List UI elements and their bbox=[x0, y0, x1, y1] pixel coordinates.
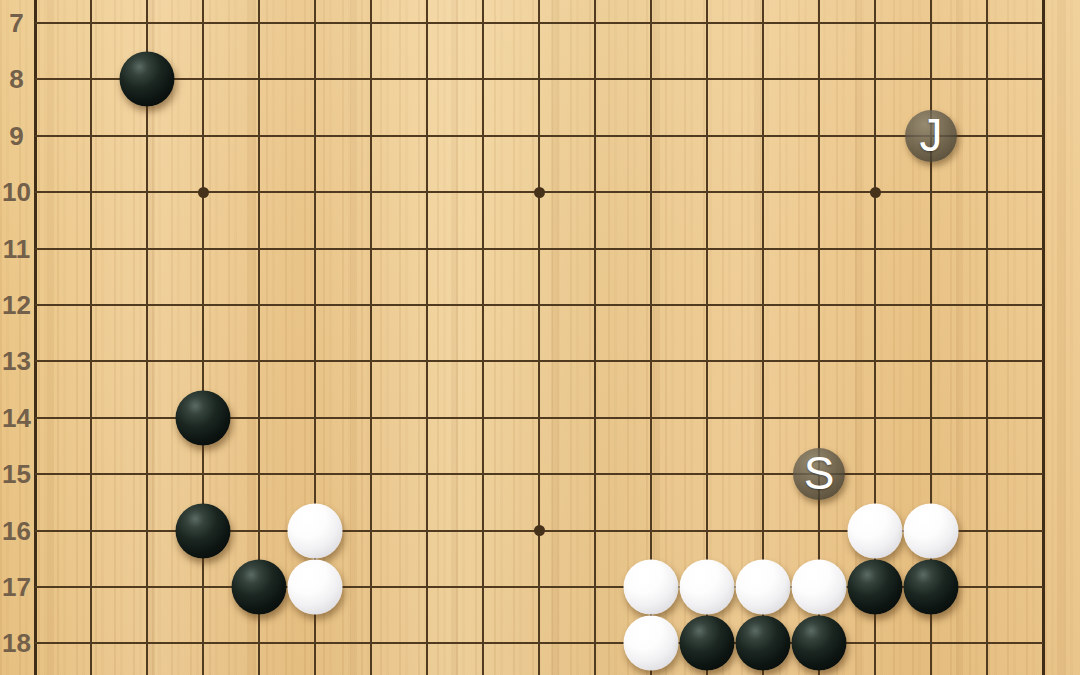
board-point[interactable] bbox=[63, 390, 119, 446]
grid-line-horizontal bbox=[35, 248, 63, 250]
board-point[interactable] bbox=[567, 390, 623, 446]
grid-line-vertical bbox=[370, 0, 372, 51]
grid-line-horizontal bbox=[959, 360, 1015, 362]
board-point[interactable] bbox=[1015, 446, 1071, 502]
board-point[interactable] bbox=[847, 164, 903, 220]
board-point[interactable] bbox=[287, 559, 343, 615]
board-point[interactable] bbox=[735, 220, 791, 276]
board-point[interactable] bbox=[959, 559, 1015, 615]
board-point[interactable] bbox=[231, 51, 287, 107]
board-point[interactable] bbox=[119, 615, 175, 671]
board-point[interactable] bbox=[679, 333, 735, 389]
board-point[interactable] bbox=[623, 0, 679, 51]
board-point[interactable] bbox=[119, 333, 175, 389]
board-point[interactable] bbox=[847, 277, 903, 333]
white-stone[interactable] bbox=[792, 559, 847, 614]
board-point[interactable] bbox=[63, 502, 119, 558]
row-label: 15 bbox=[0, 459, 33, 489]
board-point[interactable] bbox=[623, 333, 679, 389]
board-point[interactable] bbox=[455, 446, 511, 502]
board-point[interactable] bbox=[231, 615, 287, 671]
board-point[interactable] bbox=[735, 108, 791, 164]
board-point[interactable] bbox=[623, 277, 679, 333]
board-point[interactable] bbox=[399, 502, 455, 558]
black-stone[interactable] bbox=[736, 616, 791, 671]
board-point[interactable] bbox=[903, 220, 959, 276]
board-point[interactable] bbox=[63, 220, 119, 276]
board-point[interactable] bbox=[399, 390, 455, 446]
grid-line-horizontal bbox=[959, 417, 1015, 419]
board-point[interactable] bbox=[343, 502, 399, 558]
board-point[interactable] bbox=[119, 502, 175, 558]
board-point[interactable] bbox=[847, 615, 903, 671]
board-point[interactable] bbox=[959, 502, 1015, 558]
board-point[interactable] bbox=[511, 615, 567, 671]
board-point[interactable] bbox=[175, 220, 231, 276]
grid-line-horizontal bbox=[1015, 22, 1043, 24]
grid-line-horizontal bbox=[567, 586, 623, 588]
grid-line-horizontal bbox=[847, 417, 903, 419]
board-point[interactable] bbox=[679, 164, 735, 220]
grid-line-vertical bbox=[818, 0, 820, 51]
board-point[interactable] bbox=[1015, 277, 1071, 333]
black-stone[interactable] bbox=[176, 503, 231, 558]
grid-line-horizontal bbox=[511, 642, 567, 644]
board-point[interactable] bbox=[119, 164, 175, 220]
board-point[interactable]: S bbox=[791, 446, 847, 502]
board-point[interactable] bbox=[791, 0, 847, 51]
board-point[interactable] bbox=[399, 559, 455, 615]
board-point[interactable] bbox=[679, 559, 735, 615]
board-point[interactable] bbox=[511, 164, 567, 220]
board-point[interactable] bbox=[287, 615, 343, 671]
board-point[interactable] bbox=[567, 502, 623, 558]
board-point[interactable] bbox=[63, 333, 119, 389]
grid-line-horizontal bbox=[903, 642, 959, 644]
board-point[interactable] bbox=[735, 390, 791, 446]
board-point[interactable] bbox=[959, 672, 1015, 675]
board-point[interactable] bbox=[735, 333, 791, 389]
grid-line-horizontal bbox=[287, 248, 343, 250]
board-point[interactable] bbox=[511, 277, 567, 333]
board-point[interactable] bbox=[343, 51, 399, 107]
board-point[interactable] bbox=[399, 277, 455, 333]
board-point[interactable] bbox=[175, 164, 231, 220]
board-point[interactable] bbox=[791, 390, 847, 446]
board-point[interactable] bbox=[847, 446, 903, 502]
board-point[interactable] bbox=[119, 559, 175, 615]
board-point[interactable] bbox=[735, 446, 791, 502]
board-point[interactable] bbox=[791, 672, 847, 675]
board-point[interactable] bbox=[623, 51, 679, 107]
black-stone[interactable] bbox=[232, 559, 287, 614]
board-point[interactable] bbox=[399, 446, 455, 502]
board-point[interactable] bbox=[511, 559, 567, 615]
board-point[interactable] bbox=[735, 615, 791, 671]
black-stone[interactable] bbox=[120, 52, 175, 107]
board-point[interactable] bbox=[231, 164, 287, 220]
board-point[interactable] bbox=[623, 559, 679, 615]
board-point[interactable] bbox=[287, 108, 343, 164]
white-stone[interactable] bbox=[624, 559, 679, 614]
marker-letter: J bbox=[920, 112, 943, 158]
board-point[interactable] bbox=[343, 333, 399, 389]
board-point[interactable] bbox=[679, 108, 735, 164]
board-point[interactable] bbox=[791, 615, 847, 671]
grid-line-horizontal bbox=[399, 191, 455, 193]
board-point[interactable] bbox=[511, 0, 567, 51]
board-point[interactable] bbox=[175, 615, 231, 671]
board-point[interactable] bbox=[63, 164, 119, 220]
black-stone[interactable] bbox=[792, 616, 847, 671]
black-stone[interactable] bbox=[848, 559, 903, 614]
board-point[interactable] bbox=[119, 277, 175, 333]
board-point[interactable] bbox=[343, 615, 399, 671]
grid-line-vertical bbox=[426, 672, 428, 675]
board-point[interactable] bbox=[287, 164, 343, 220]
board-point[interactable] bbox=[847, 333, 903, 389]
board-point[interactable] bbox=[287, 502, 343, 558]
grid-line-horizontal bbox=[567, 191, 623, 193]
board-point[interactable] bbox=[959, 615, 1015, 671]
grid-line-horizontal bbox=[679, 135, 735, 137]
board-point[interactable] bbox=[1015, 0, 1071, 51]
board-point[interactable] bbox=[455, 390, 511, 446]
board-point[interactable] bbox=[679, 446, 735, 502]
board-point[interactable] bbox=[679, 615, 735, 671]
board-point[interactable] bbox=[679, 51, 735, 107]
board-point[interactable] bbox=[679, 502, 735, 558]
board-point[interactable] bbox=[231, 333, 287, 389]
board-point[interactable] bbox=[231, 220, 287, 276]
board-point[interactable] bbox=[679, 390, 735, 446]
board-point[interactable] bbox=[343, 277, 399, 333]
black-stone[interactable] bbox=[904, 559, 959, 614]
board-point[interactable]: J bbox=[903, 108, 959, 164]
board-point[interactable] bbox=[679, 672, 735, 675]
board-point[interactable] bbox=[455, 277, 511, 333]
board-point[interactable] bbox=[175, 446, 231, 502]
board-point[interactable] bbox=[63, 615, 119, 671]
board-point[interactable] bbox=[567, 277, 623, 333]
grid-line-horizontal bbox=[119, 135, 175, 137]
board-point[interactable] bbox=[567, 446, 623, 502]
board-point[interactable] bbox=[791, 559, 847, 615]
board-point[interactable] bbox=[175, 502, 231, 558]
board-point[interactable] bbox=[959, 51, 1015, 107]
board-point[interactable] bbox=[903, 672, 959, 675]
marker-stone-s[interactable]: S bbox=[793, 448, 845, 500]
board-point[interactable] bbox=[399, 615, 455, 671]
board-point[interactable] bbox=[567, 0, 623, 51]
board-point[interactable] bbox=[175, 108, 231, 164]
grid-line-horizontal bbox=[343, 248, 399, 250]
board-point[interactable] bbox=[1015, 615, 1071, 671]
white-stone[interactable] bbox=[848, 503, 903, 558]
white-stone[interactable] bbox=[288, 503, 343, 558]
board-point[interactable] bbox=[735, 277, 791, 333]
board-point[interactable] bbox=[903, 277, 959, 333]
board-point[interactable] bbox=[511, 390, 567, 446]
board-point[interactable] bbox=[455, 51, 511, 107]
board-point[interactable] bbox=[679, 220, 735, 276]
grid-line-horizontal bbox=[231, 22, 287, 24]
grid-line-horizontal bbox=[735, 304, 791, 306]
board-point[interactable] bbox=[791, 502, 847, 558]
board-point[interactable] bbox=[1015, 559, 1071, 615]
board-point[interactable] bbox=[511, 333, 567, 389]
board-point[interactable] bbox=[511, 51, 567, 107]
grid-line-horizontal bbox=[903, 248, 959, 250]
board-point[interactable] bbox=[287, 0, 343, 51]
grid-line-horizontal bbox=[35, 530, 63, 532]
board-point[interactable] bbox=[343, 390, 399, 446]
board-point[interactable] bbox=[63, 672, 119, 675]
board-point[interactable] bbox=[679, 0, 735, 51]
board-point[interactable] bbox=[735, 502, 791, 558]
board-point[interactable] bbox=[119, 108, 175, 164]
board-point[interactable] bbox=[1015, 164, 1071, 220]
grid-line-horizontal bbox=[63, 360, 119, 362]
board-point[interactable] bbox=[567, 164, 623, 220]
board-point[interactable] bbox=[623, 220, 679, 276]
board-point[interactable] bbox=[623, 164, 679, 220]
board-point[interactable] bbox=[959, 164, 1015, 220]
grid-line-horizontal bbox=[679, 191, 735, 193]
board-point[interactable] bbox=[455, 220, 511, 276]
board-point[interactable] bbox=[399, 220, 455, 276]
board-point[interactable] bbox=[567, 615, 623, 671]
board-point[interactable] bbox=[231, 672, 287, 675]
board-point[interactable] bbox=[63, 446, 119, 502]
board-point[interactable] bbox=[959, 220, 1015, 276]
white-stone[interactable] bbox=[624, 616, 679, 671]
board-point[interactable] bbox=[623, 672, 679, 675]
board-point[interactable] bbox=[175, 672, 231, 675]
board-point[interactable] bbox=[231, 390, 287, 446]
board-point[interactable] bbox=[959, 0, 1015, 51]
board-point[interactable] bbox=[791, 51, 847, 107]
grid-line-vertical bbox=[930, 0, 932, 51]
board-point[interactable] bbox=[623, 108, 679, 164]
board-point[interactable] bbox=[399, 0, 455, 51]
board-point[interactable] bbox=[399, 108, 455, 164]
board-point[interactable] bbox=[623, 502, 679, 558]
board-point[interactable] bbox=[623, 615, 679, 671]
grid-line-horizontal bbox=[35, 417, 63, 419]
board-point[interactable] bbox=[63, 559, 119, 615]
board-point[interactable] bbox=[175, 390, 231, 446]
marker-stone-j[interactable]: J bbox=[905, 110, 957, 162]
board-point[interactable] bbox=[959, 108, 1015, 164]
board-point[interactable] bbox=[119, 220, 175, 276]
board-point[interactable] bbox=[455, 0, 511, 51]
board-point[interactable] bbox=[847, 502, 903, 558]
board-point[interactable] bbox=[1015, 333, 1071, 389]
board-point[interactable] bbox=[287, 220, 343, 276]
board-point[interactable] bbox=[1015, 51, 1071, 107]
board-point[interactable] bbox=[511, 220, 567, 276]
board-point[interactable] bbox=[287, 446, 343, 502]
board-point[interactable] bbox=[63, 108, 119, 164]
board-point[interactable] bbox=[735, 672, 791, 675]
board-point[interactable] bbox=[735, 0, 791, 51]
board-point[interactable] bbox=[63, 0, 119, 51]
grid-line-horizontal bbox=[791, 135, 847, 137]
board-point[interactable] bbox=[903, 333, 959, 389]
board-point[interactable] bbox=[959, 446, 1015, 502]
board-point[interactable] bbox=[455, 164, 511, 220]
board-point[interactable] bbox=[511, 502, 567, 558]
board-point[interactable] bbox=[903, 559, 959, 615]
board-point[interactable] bbox=[791, 108, 847, 164]
board-point[interactable] bbox=[791, 333, 847, 389]
board-point[interactable] bbox=[455, 615, 511, 671]
grid-line-vertical bbox=[986, 0, 988, 51]
board-point[interactable] bbox=[623, 446, 679, 502]
board-point[interactable] bbox=[735, 559, 791, 615]
board-point[interactable] bbox=[567, 51, 623, 107]
board-point[interactable] bbox=[287, 51, 343, 107]
grid-line-horizontal bbox=[511, 22, 567, 24]
board-point[interactable] bbox=[847, 390, 903, 446]
board-point[interactable] bbox=[903, 390, 959, 446]
black-stone[interactable] bbox=[680, 616, 735, 671]
board-point[interactable] bbox=[119, 390, 175, 446]
board-point[interactable] bbox=[903, 502, 959, 558]
board-point[interactable] bbox=[119, 446, 175, 502]
board-point[interactable] bbox=[847, 108, 903, 164]
grid-line-horizontal bbox=[63, 191, 119, 193]
board-point[interactable] bbox=[231, 502, 287, 558]
grid-line-horizontal bbox=[735, 191, 791, 193]
board-point[interactable] bbox=[847, 559, 903, 615]
board-point[interactable] bbox=[343, 0, 399, 51]
board-point[interactable] bbox=[903, 615, 959, 671]
board-point[interactable] bbox=[231, 277, 287, 333]
board-point[interactable] bbox=[343, 220, 399, 276]
board-point[interactable] bbox=[399, 672, 455, 675]
board-point[interactable] bbox=[287, 672, 343, 675]
board-point[interactable] bbox=[399, 51, 455, 107]
board-point[interactable] bbox=[175, 559, 231, 615]
board-point[interactable] bbox=[455, 333, 511, 389]
grid-line-vertical bbox=[650, 0, 652, 51]
grid-line-horizontal bbox=[623, 135, 679, 137]
grid-line-vertical bbox=[482, 0, 484, 51]
board-point[interactable] bbox=[847, 0, 903, 51]
grid-line-horizontal bbox=[231, 642, 287, 644]
board-point[interactable] bbox=[959, 277, 1015, 333]
board-point[interactable] bbox=[903, 446, 959, 502]
board-point[interactable] bbox=[455, 108, 511, 164]
board-point[interactable] bbox=[567, 333, 623, 389]
board-point[interactable] bbox=[343, 672, 399, 675]
board-point[interactable] bbox=[231, 0, 287, 51]
grid-line-horizontal bbox=[847, 248, 903, 250]
board-point[interactable] bbox=[791, 164, 847, 220]
board-point[interactable] bbox=[287, 390, 343, 446]
board-point[interactable] bbox=[399, 333, 455, 389]
board-point[interactable] bbox=[847, 672, 903, 675]
board-point[interactable] bbox=[623, 390, 679, 446]
board-point[interactable] bbox=[343, 446, 399, 502]
board-point[interactable] bbox=[231, 446, 287, 502]
board-point[interactable] bbox=[287, 277, 343, 333]
board-point[interactable] bbox=[567, 672, 623, 675]
board-point[interactable] bbox=[119, 0, 175, 51]
board-point[interactable] bbox=[903, 0, 959, 51]
board-point[interactable] bbox=[175, 333, 231, 389]
board-point[interactable] bbox=[735, 164, 791, 220]
board-point[interactable] bbox=[7, 672, 63, 675]
board-point[interactable] bbox=[959, 390, 1015, 446]
board-point[interactable] bbox=[1015, 672, 1071, 675]
board-point[interactable] bbox=[343, 559, 399, 615]
board-point[interactable] bbox=[455, 559, 511, 615]
board-point[interactable] bbox=[119, 51, 175, 107]
board-point[interactable] bbox=[231, 559, 287, 615]
board-point[interactable] bbox=[791, 277, 847, 333]
grid-line-horizontal bbox=[959, 473, 1015, 475]
board-point[interactable] bbox=[455, 502, 511, 558]
board-point[interactable] bbox=[63, 51, 119, 107]
board-point[interactable] bbox=[679, 277, 735, 333]
board-point[interactable] bbox=[847, 220, 903, 276]
white-stone[interactable] bbox=[288, 559, 343, 614]
grid-line-horizontal bbox=[567, 530, 623, 532]
board-point[interactable] bbox=[1015, 220, 1071, 276]
board-point[interactable] bbox=[343, 164, 399, 220]
board-point[interactable] bbox=[175, 277, 231, 333]
board-point[interactable] bbox=[1015, 108, 1071, 164]
board-point[interactable] bbox=[231, 108, 287, 164]
board-point[interactable] bbox=[791, 220, 847, 276]
grid-line-vertical bbox=[90, 672, 92, 675]
grid-line-horizontal bbox=[1015, 473, 1043, 475]
grid-line-horizontal bbox=[399, 304, 455, 306]
board-point[interactable] bbox=[175, 0, 231, 51]
grid-line-vertical bbox=[762, 672, 764, 675]
board-point[interactable] bbox=[119, 672, 175, 675]
board-point[interactable] bbox=[735, 51, 791, 107]
board-point[interactable] bbox=[399, 164, 455, 220]
grid-line-horizontal bbox=[35, 22, 63, 24]
board-point[interactable] bbox=[847, 51, 903, 107]
board-point[interactable] bbox=[511, 672, 567, 675]
board-point[interactable] bbox=[343, 108, 399, 164]
board-point[interactable] bbox=[455, 672, 511, 675]
board-point[interactable] bbox=[903, 51, 959, 107]
black-stone[interactable] bbox=[176, 390, 231, 445]
board-point[interactable] bbox=[567, 108, 623, 164]
board-point[interactable] bbox=[567, 220, 623, 276]
board-point[interactable] bbox=[903, 164, 959, 220]
board-point[interactable] bbox=[511, 108, 567, 164]
board-point[interactable] bbox=[959, 333, 1015, 389]
white-stone[interactable] bbox=[736, 559, 791, 614]
board-point[interactable] bbox=[567, 559, 623, 615]
board-point[interactable] bbox=[175, 51, 231, 107]
board-point[interactable] bbox=[511, 446, 567, 502]
grid-line-horizontal bbox=[175, 248, 231, 250]
white-stone[interactable] bbox=[904, 503, 959, 558]
board-point[interactable] bbox=[63, 277, 119, 333]
board-point[interactable] bbox=[1015, 390, 1071, 446]
white-stone[interactable] bbox=[680, 559, 735, 614]
board-point[interactable] bbox=[1015, 502, 1071, 558]
board-point[interactable] bbox=[287, 333, 343, 389]
